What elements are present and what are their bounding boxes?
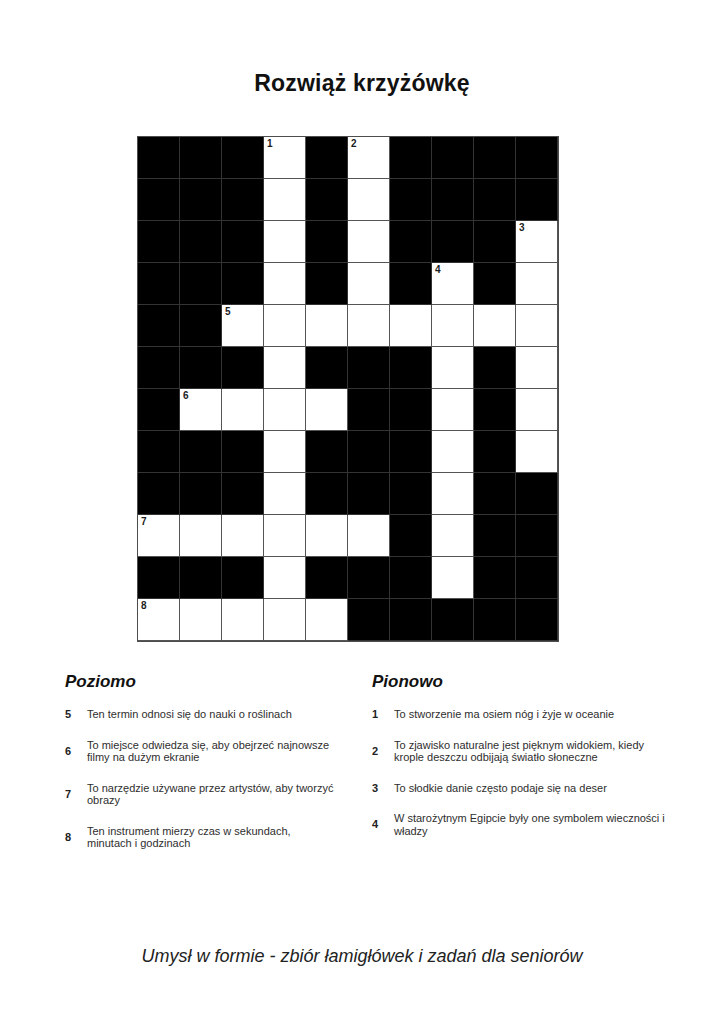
cell-r2c10 xyxy=(516,179,558,221)
cell-r10c7 xyxy=(390,515,432,557)
crossword-grid: 12345678 xyxy=(137,136,559,642)
cell-clue-number: 4 xyxy=(435,264,441,275)
cell-r7c5[interactable] xyxy=(306,389,348,431)
cell-r12c10 xyxy=(516,599,558,641)
cell-r8c4[interactable] xyxy=(264,431,306,473)
page-title: Rozwiąż krzyżówkę xyxy=(0,70,724,97)
cell-r9c5 xyxy=(306,473,348,515)
clue-across-6: 6 To miejsce odwiedza się, aby obejrzeć … xyxy=(65,739,337,764)
cell-r3c3 xyxy=(222,221,264,263)
page-footer: Umysł w formie - zbiór łamigłówek i zada… xyxy=(0,946,724,967)
clue-number-label: 8 xyxy=(65,831,87,844)
cell-r2c1 xyxy=(138,179,180,221)
cell-r2c5 xyxy=(306,179,348,221)
cell-r8c1 xyxy=(138,431,180,473)
cell-r8c7 xyxy=(390,431,432,473)
cell-r12c9 xyxy=(474,599,516,641)
cell-r7c1 xyxy=(138,389,180,431)
cell-r4c9 xyxy=(474,263,516,305)
cell-r5c4[interactable] xyxy=(264,305,306,347)
cell-r5c10[interactable] xyxy=(516,305,558,347)
cell-r8c8[interactable] xyxy=(432,431,474,473)
cell-clue-number: 1 xyxy=(267,138,273,149)
across-header: Poziomo xyxy=(65,672,337,692)
cell-clue-number: 6 xyxy=(183,390,189,401)
cell-r6c8[interactable] xyxy=(432,347,474,389)
cell-r3c4[interactable] xyxy=(264,221,306,263)
clue-text: To słodkie danie często podaje się na de… xyxy=(394,782,668,795)
cell-r3c7 xyxy=(390,221,432,263)
clue-text: To stworzenie ma osiem nóg i żyje w ocea… xyxy=(394,708,668,721)
cell-r1c7 xyxy=(390,137,432,179)
cell-r11c9 xyxy=(474,557,516,599)
cell-r6c1 xyxy=(138,347,180,389)
cell-r3c9 xyxy=(474,221,516,263)
cell-r3c2 xyxy=(180,221,222,263)
clue-down-1: 1 To stworzenie ma osiem nóg i żyje w oc… xyxy=(372,708,668,721)
clue-text: To miejsce odwiedza się, aby obejrzeć na… xyxy=(87,739,337,764)
cell-r5c5[interactable] xyxy=(306,305,348,347)
down-clues-section: Pionowo 1 To stworzenie ma osiem nóg i ż… xyxy=(372,672,668,855)
clue-number-label: 6 xyxy=(65,745,87,758)
cell-r8c5 xyxy=(306,431,348,473)
cell-r4c3 xyxy=(222,263,264,305)
cell-clue-number: 7 xyxy=(141,516,147,527)
cell-r12c4[interactable] xyxy=(264,599,306,641)
cell-r4c4[interactable] xyxy=(264,263,306,305)
cell-r4c6[interactable] xyxy=(348,263,390,305)
cell-r2c7 xyxy=(390,179,432,221)
cell-r1c1 xyxy=(138,137,180,179)
cell-r3c10[interactable]: 3 xyxy=(516,221,558,263)
cell-r7c7 xyxy=(390,389,432,431)
clue-number-label: 3 xyxy=(372,782,394,795)
cell-r6c6 xyxy=(348,347,390,389)
clue-number-label: 1 xyxy=(372,708,394,721)
down-header: Pionowo xyxy=(372,672,668,692)
cell-r3c8 xyxy=(432,221,474,263)
cell-r11c5 xyxy=(306,557,348,599)
cell-r10c6[interactable] xyxy=(348,515,390,557)
cell-r4c5 xyxy=(306,263,348,305)
cell-r2c6[interactable] xyxy=(348,179,390,221)
cell-r11c2 xyxy=(180,557,222,599)
cell-r10c1[interactable]: 7 xyxy=(138,515,180,557)
cell-r5c2 xyxy=(180,305,222,347)
cell-r8c2 xyxy=(180,431,222,473)
cell-r2c8 xyxy=(432,179,474,221)
cell-r5c7[interactable] xyxy=(390,305,432,347)
clue-text: To narzędzie używane przez artystów, aby… xyxy=(87,782,337,807)
cell-r10c4[interactable] xyxy=(264,515,306,557)
cell-r10c5[interactable] xyxy=(306,515,348,557)
cell-r11c7 xyxy=(390,557,432,599)
cell-r1c6[interactable]: 2 xyxy=(348,137,390,179)
cell-r5c6[interactable] xyxy=(348,305,390,347)
cell-r5c9[interactable] xyxy=(474,305,516,347)
clue-across-8: 8 Ten instrument mierzy czas w sekundach… xyxy=(65,825,337,850)
cell-r4c2 xyxy=(180,263,222,305)
cell-r9c9 xyxy=(474,473,516,515)
cell-r12c6 xyxy=(348,599,390,641)
cell-r6c2 xyxy=(180,347,222,389)
cell-r12c1[interactable]: 8 xyxy=(138,599,180,641)
clue-number-label: 4 xyxy=(372,818,394,831)
cell-r12c2[interactable] xyxy=(180,599,222,641)
cell-r9c10 xyxy=(516,473,558,515)
cell-r10c3[interactable] xyxy=(222,515,264,557)
cell-r7c10[interactable] xyxy=(516,389,558,431)
cell-clue-number: 2 xyxy=(351,138,357,149)
cell-r12c8 xyxy=(432,599,474,641)
cell-r12c5[interactable] xyxy=(306,599,348,641)
cell-r1c10 xyxy=(516,137,558,179)
cell-r3c1 xyxy=(138,221,180,263)
clue-text: Ten instrument mierzy czas w sekundach, … xyxy=(87,825,337,850)
cell-r10c10 xyxy=(516,515,558,557)
cell-r1c2 xyxy=(180,137,222,179)
cell-r10c8[interactable] xyxy=(432,515,474,557)
cell-r11c3 xyxy=(222,557,264,599)
cell-r8c3 xyxy=(222,431,264,473)
cell-r3c6[interactable] xyxy=(348,221,390,263)
clue-number-label: 5 xyxy=(65,708,87,721)
clue-down-4: 4 W starożytnym Egipcie były one symbole… xyxy=(372,812,668,837)
clue-text: Ten termin odnosi się do nauki o roślina… xyxy=(87,708,337,721)
cell-clue-number: 3 xyxy=(519,222,525,233)
cell-r2c2 xyxy=(180,179,222,221)
clue-text: W starożytnym Egipcie były one symbolem … xyxy=(394,812,668,837)
cell-r6c7 xyxy=(390,347,432,389)
cell-r5c1 xyxy=(138,305,180,347)
cell-r12c3[interactable] xyxy=(222,599,264,641)
clue-down-3: 3 To słodkie danie często podaje się na … xyxy=(372,782,668,795)
cell-r4c8[interactable]: 4 xyxy=(432,263,474,305)
cell-r5c8[interactable] xyxy=(432,305,474,347)
cell-r6c10[interactable] xyxy=(516,347,558,389)
cell-r1c5 xyxy=(306,137,348,179)
cell-r9c1 xyxy=(138,473,180,515)
clue-across-7: 7 To narzędzie używane przez artystów, a… xyxy=(65,782,337,807)
cell-r11c10 xyxy=(516,557,558,599)
cell-r7c4[interactable] xyxy=(264,389,306,431)
cell-r9c4[interactable] xyxy=(264,473,306,515)
cell-r5c3[interactable]: 5 xyxy=(222,305,264,347)
cell-r1c8 xyxy=(432,137,474,179)
clue-number-label: 2 xyxy=(372,745,394,758)
cell-r8c9 xyxy=(474,431,516,473)
cell-r8c6 xyxy=(348,431,390,473)
cell-r9c6 xyxy=(348,473,390,515)
cell-r11c8[interactable] xyxy=(432,557,474,599)
cell-r10c9 xyxy=(474,515,516,557)
cell-r7c6 xyxy=(348,389,390,431)
cell-r12c7 xyxy=(390,599,432,641)
clue-text: To zjawisko naturalne jest pięknym widok… xyxy=(394,739,668,764)
cell-r8c10[interactable] xyxy=(516,431,558,473)
cell-clue-number: 8 xyxy=(141,600,147,611)
cell-r7c3[interactable] xyxy=(222,389,264,431)
cell-r3c5 xyxy=(306,221,348,263)
cell-r1c9 xyxy=(474,137,516,179)
cell-r1c3 xyxy=(222,137,264,179)
cell-r4c10[interactable] xyxy=(516,263,558,305)
cell-r11c1 xyxy=(138,557,180,599)
cell-r7c8[interactable] xyxy=(432,389,474,431)
cell-r6c3 xyxy=(222,347,264,389)
cell-r2c3 xyxy=(222,179,264,221)
cell-r6c9 xyxy=(474,347,516,389)
cell-r9c2 xyxy=(180,473,222,515)
cell-r1c4[interactable]: 1 xyxy=(264,137,306,179)
cell-r11c6 xyxy=(348,557,390,599)
cell-r10c2[interactable] xyxy=(180,515,222,557)
clue-number-label: 7 xyxy=(65,788,87,801)
cell-r4c1 xyxy=(138,263,180,305)
cell-r2c4[interactable] xyxy=(264,179,306,221)
across-clues-section: Poziomo 5 Ten termin odnosi się do nauki… xyxy=(65,672,337,868)
cell-r7c2[interactable]: 6 xyxy=(180,389,222,431)
cell-r4c7 xyxy=(390,263,432,305)
cell-r11c4[interactable] xyxy=(264,557,306,599)
cell-r9c3 xyxy=(222,473,264,515)
cell-r2c9 xyxy=(474,179,516,221)
cell-r9c8[interactable] xyxy=(432,473,474,515)
cell-clue-number: 5 xyxy=(225,306,231,317)
cell-r7c9 xyxy=(474,389,516,431)
cell-r6c5 xyxy=(306,347,348,389)
cell-r9c7 xyxy=(390,473,432,515)
cell-r6c4[interactable] xyxy=(264,347,306,389)
clue-across-5: 5 Ten termin odnosi się do nauki o rośli… xyxy=(65,708,337,721)
clue-down-2: 2 To zjawisko naturalne jest pięknym wid… xyxy=(372,739,668,764)
